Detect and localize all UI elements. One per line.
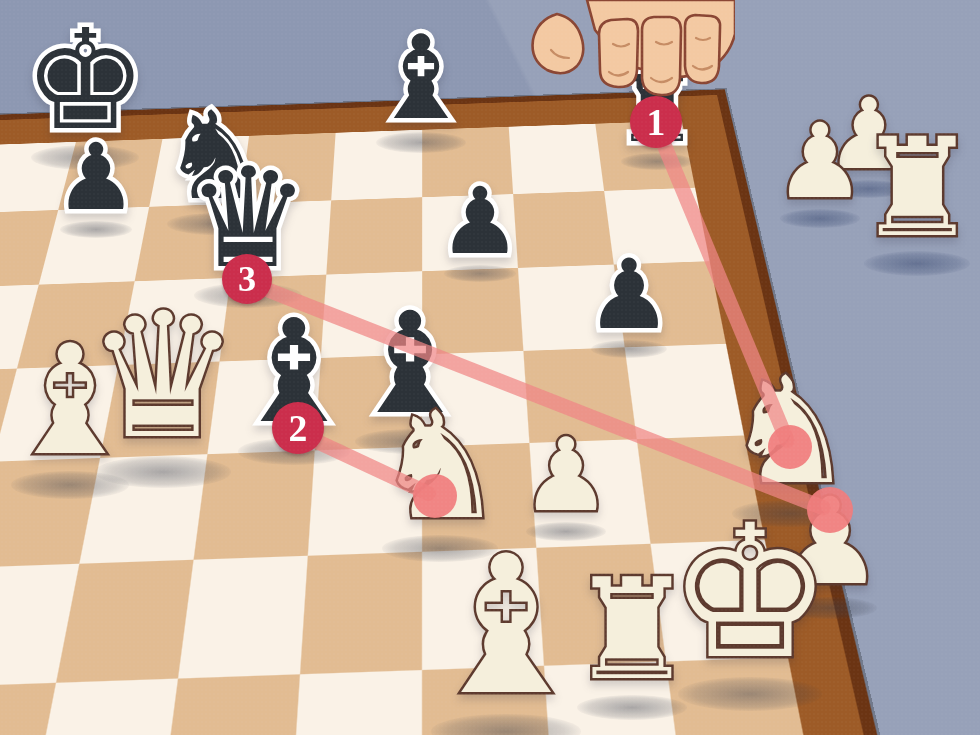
target-dot-1 — [413, 474, 457, 518]
bishop-glyph: ♝ — [0, 325, 161, 477]
thumb — [533, 14, 584, 73]
black-pawn-b7[interactable]: ♟♟ — [41, 132, 151, 232]
black-pawn-e6[interactable]: ♟♟ — [425, 176, 535, 276]
target-dot-3 — [807, 487, 853, 533]
square-e7[interactable] — [326, 197, 422, 275]
white-bishop-b4[interactable]: ♝♝ — [0, 325, 161, 490]
pawn-glyph: ♟ — [571, 247, 687, 344]
step-number: 3 — [238, 258, 256, 300]
index-finger — [599, 19, 638, 87]
pawn-glyph: ♟ — [425, 176, 535, 268]
black-pawn-g5[interactable]: ♟♟ — [571, 247, 687, 352]
pawn-glyph: ♟ — [41, 132, 151, 224]
square-d2[interactable] — [160, 674, 300, 735]
step-circle-3: 3 — [222, 254, 272, 304]
black-bishop-e8[interactable]: ♝♝ — [352, 20, 491, 146]
middle-finger — [642, 17, 681, 95]
bishop-glyph: ♝ — [352, 20, 491, 136]
step-circle-1: 1 — [630, 96, 682, 148]
target-dot-2 — [768, 425, 812, 469]
step-number: 2 — [289, 406, 308, 450]
white-rook-captured[interactable]: ♜♜ — [836, 120, 980, 268]
hand-moving-piece — [523, 0, 735, 132]
step-circle-2: 2 — [272, 402, 324, 454]
step-number: 1 — [647, 100, 666, 144]
square-d3[interactable] — [178, 555, 308, 678]
ring-finger — [685, 15, 720, 83]
square-c3[interactable] — [56, 559, 194, 683]
white-bishop-e2[interactable]: ♝♝ — [392, 530, 621, 735]
bishop-glyph: ♝ — [392, 530, 621, 721]
rook-glyph: ♜ — [836, 120, 980, 256]
illustration-stage: ♚♚♝♝♜♜♟♟♞♞♛♛♟♟♟♟♝♝♝♝♝♝♛♛♞♞♟♟♞♞♟♟♚♚♝♝♜♜♟♟… — [0, 0, 980, 735]
